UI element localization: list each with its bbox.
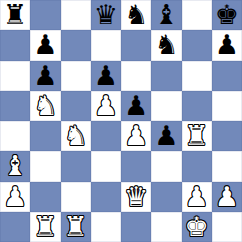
- white-pawn-icon: ♟: [3, 182, 27, 212]
- square-g8[interactable]: [182, 0, 212, 30]
- square-e8[interactable]: ♞: [121, 0, 151, 30]
- square-g3[interactable]: [182, 151, 212, 181]
- square-b2[interactable]: [30, 182, 60, 212]
- square-e4[interactable]: ♟: [121, 121, 151, 151]
- black-pawn-icon: ♟: [154, 121, 178, 151]
- square-f4[interactable]: ♟: [151, 121, 181, 151]
- square-d2[interactable]: [91, 182, 121, 212]
- square-e5[interactable]: ♟: [121, 91, 151, 121]
- square-h6[interactable]: [212, 61, 242, 91]
- square-a6[interactable]: [0, 61, 30, 91]
- white-knight-icon: ♞: [33, 91, 57, 121]
- square-g6[interactable]: [182, 61, 212, 91]
- black-pawn-icon: ♟: [215, 30, 239, 60]
- square-a1[interactable]: [0, 212, 30, 242]
- square-d8[interactable]: ♛: [91, 0, 121, 30]
- square-h1[interactable]: [212, 212, 242, 242]
- square-f3[interactable]: [151, 151, 181, 181]
- square-f5[interactable]: [151, 91, 181, 121]
- square-c7[interactable]: [61, 30, 91, 60]
- white-pawn-icon: ♟: [185, 182, 209, 212]
- black-pawn-icon: ♟: [33, 61, 57, 91]
- square-c4[interactable]: ♞: [61, 121, 91, 151]
- square-h3[interactable]: [212, 151, 242, 181]
- square-g2[interactable]: ♟: [182, 182, 212, 212]
- square-g7[interactable]: [182, 30, 212, 60]
- square-h7[interactable]: ♟: [212, 30, 242, 60]
- white-knight-icon: ♞: [64, 121, 88, 151]
- square-h2[interactable]: ♟: [212, 182, 242, 212]
- square-d1[interactable]: [91, 212, 121, 242]
- square-c1[interactable]: ♜: [61, 212, 91, 242]
- square-c3[interactable]: [61, 151, 91, 181]
- square-b4[interactable]: [30, 121, 60, 151]
- black-pawn-icon: ♟: [124, 91, 148, 121]
- square-d7[interactable]: [91, 30, 121, 60]
- white-bishop-icon: ♝: [3, 151, 27, 181]
- white-pawn-icon: ♟: [124, 121, 148, 151]
- square-h8[interactable]: ♚: [212, 0, 242, 30]
- white-rook-icon: ♜: [33, 212, 57, 242]
- white-rook-icon: ♜: [185, 121, 209, 151]
- square-d3[interactable]: [91, 151, 121, 181]
- square-e1[interactable]: [121, 212, 151, 242]
- square-g5[interactable]: [182, 91, 212, 121]
- square-b5[interactable]: ♞: [30, 91, 60, 121]
- square-a7[interactable]: [0, 30, 30, 60]
- black-queen-icon: ♛: [94, 0, 118, 30]
- square-b1[interactable]: ♜: [30, 212, 60, 242]
- white-rook-icon: ♜: [64, 212, 88, 242]
- square-f6[interactable]: [151, 61, 181, 91]
- square-a5[interactable]: [0, 91, 30, 121]
- square-b7[interactable]: ♟: [30, 30, 60, 60]
- square-g4[interactable]: ♜: [182, 121, 212, 151]
- square-c6[interactable]: [61, 61, 91, 91]
- square-a8[interactable]: ♜: [0, 0, 30, 30]
- square-f7[interactable]: ♞: [151, 30, 181, 60]
- square-a3[interactable]: ♝: [0, 151, 30, 181]
- white-pawn-icon: ♟: [215, 182, 239, 212]
- square-a2[interactable]: ♟: [0, 182, 30, 212]
- square-d4[interactable]: [91, 121, 121, 151]
- black-pawn-icon: ♟: [94, 61, 118, 91]
- black-pawn-icon: ♟: [33, 30, 57, 60]
- square-f1[interactable]: [151, 212, 181, 242]
- square-e7[interactable]: [121, 30, 151, 60]
- square-f8[interactable]: ♝: [151, 0, 181, 30]
- square-d5[interactable]: ♟: [91, 91, 121, 121]
- square-e2[interactable]: ♛: [121, 182, 151, 212]
- square-d6[interactable]: ♟: [91, 61, 121, 91]
- black-knight-icon: ♞: [154, 30, 178, 60]
- square-e3[interactable]: [121, 151, 151, 181]
- square-e6[interactable]: [121, 61, 151, 91]
- white-king-icon: ♚: [185, 212, 209, 242]
- black-king-icon: ♚: [215, 0, 239, 30]
- chess-board: ♜♛♞♝♚♟♞♟♟♟♞♟♟♞♟♟♜♝♟♛♟♟♜♜♚: [0, 0, 242, 242]
- square-c5[interactable]: [61, 91, 91, 121]
- white-queen-icon: ♛: [124, 182, 148, 212]
- black-bishop-icon: ♝: [154, 0, 178, 30]
- white-pawn-icon: ♟: [94, 91, 118, 121]
- square-h5[interactable]: [212, 91, 242, 121]
- black-rook-icon: ♜: [3, 0, 27, 30]
- square-a4[interactable]: [0, 121, 30, 151]
- square-b6[interactable]: ♟: [30, 61, 60, 91]
- black-knight-icon: ♞: [124, 0, 148, 30]
- square-b3[interactable]: [30, 151, 60, 181]
- square-h4[interactable]: [212, 121, 242, 151]
- square-c2[interactable]: [61, 182, 91, 212]
- square-f2[interactable]: [151, 182, 181, 212]
- square-g1[interactable]: ♚: [182, 212, 212, 242]
- square-c8[interactable]: [61, 0, 91, 30]
- square-b8[interactable]: [30, 0, 60, 30]
